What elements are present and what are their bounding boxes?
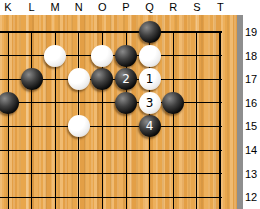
stone-black-P18 [115, 45, 137, 67]
stone-white-Q18 [139, 45, 161, 67]
stone-black-L17 [21, 68, 43, 90]
row-label-13: 13 [243, 167, 259, 181]
move-number-3: 3 [146, 97, 154, 109]
row-label-16: 16 [243, 96, 259, 110]
col-label-K: K [4, 0, 11, 15]
col-label-L: L [29, 0, 35, 15]
col-label-P: P [122, 0, 129, 15]
grid-line-v-T [219, 31, 221, 209]
grid-line-v-L [31, 31, 32, 209]
row-label-17: 17 [243, 72, 259, 86]
stone-white-O18 [91, 45, 113, 67]
stone-white-N17 [68, 68, 90, 90]
row-label-12: 12 [243, 190, 259, 204]
grid-line-v-R [173, 31, 174, 209]
move-number-4: 4 [146, 120, 154, 132]
grid-line-v-K [8, 31, 9, 209]
col-label-O: O [98, 0, 107, 15]
grid-line-h-19 [0, 31, 222, 33]
col-label-R: R [169, 0, 177, 15]
move-number-2: 2 [122, 73, 130, 85]
col-label-M: M [51, 0, 60, 15]
grid-line-h-13 [0, 173, 222, 174]
row-label-14: 14 [243, 143, 259, 157]
row-label-15: 15 [243, 119, 259, 133]
col-label-S: S [193, 0, 200, 15]
col-label-N: N [75, 0, 83, 15]
grid-line-v-S [196, 31, 197, 209]
col-label-Q: Q [145, 0, 154, 15]
stone-white-M18 [44, 45, 66, 67]
board-surface[interactable] [0, 15, 237, 209]
row-label-18: 18 [243, 49, 259, 63]
stone-white-Q16: 3 [139, 92, 161, 114]
stone-black-Q15: 4 [139, 115, 161, 137]
stone-white-Q17: 1 [139, 68, 161, 90]
stone-black-P16 [115, 92, 137, 114]
move-number-1: 1 [146, 73, 154, 85]
col-label-T: T [217, 0, 224, 15]
stone-black-Q19 [139, 21, 161, 43]
go-diagram: KLMNOPQRST 1918171615141312 2413 [0, 0, 260, 209]
grid-line-h-15 [0, 126, 222, 127]
stone-black-R16 [162, 92, 184, 114]
grid-line-h-12 [0, 197, 222, 198]
grid-line-h-16 [0, 102, 222, 103]
grid-line-h-14 [0, 150, 222, 151]
row-label-19: 19 [243, 25, 259, 39]
